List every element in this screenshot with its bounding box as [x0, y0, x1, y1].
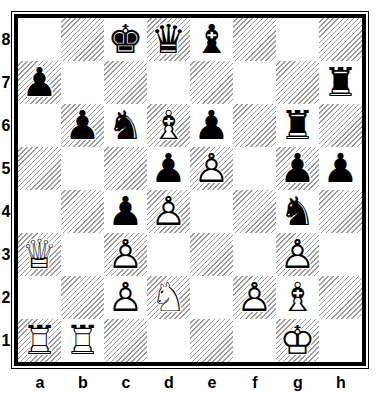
piece-black-pawn[interactable]: ♟	[319, 147, 362, 190]
square-g2[interactable]: ♝♗	[276, 276, 319, 319]
square-d8[interactable]: ♛♛	[147, 18, 190, 61]
square-f7[interactable]	[233, 61, 276, 104]
piece-white-bishop[interactable]: ♗	[276, 276, 319, 319]
piece-black-knight[interactable]: ♞	[104, 104, 147, 147]
piece-black-pawn[interactable]: ♟	[276, 147, 319, 190]
file-label-e: e	[191, 373, 234, 393]
square-a1[interactable]: ♜♖	[18, 319, 61, 362]
square-g7[interactable]	[276, 61, 319, 104]
chess-diagram: 87654321 ♚♚♛♛♝♝♟♟♜♜♟♟♞♞♝♗♟♟♜♜♟♟♟♙♟♟♟♟♟♟♟…	[0, 0, 387, 394]
piece-black-bishop[interactable]: ♝	[190, 18, 233, 61]
board-outer-frame: ♚♚♛♛♝♝♟♟♜♜♟♟♞♞♝♗♟♟♜♜♟♟♟♙♟♟♟♟♟♟♟♙♞♞♛♕♟♙♟♙…	[11, 11, 369, 369]
piece-white-pawn[interactable]: ♙	[276, 233, 319, 276]
file-label-a: a	[19, 373, 62, 393]
square-f8[interactable]	[233, 18, 276, 61]
square-f5[interactable]	[233, 147, 276, 190]
square-d1[interactable]	[147, 319, 190, 362]
square-e4[interactable]	[190, 190, 233, 233]
square-d2[interactable]: ♞♘	[147, 276, 190, 319]
square-b7[interactable]	[61, 61, 104, 104]
square-h4[interactable]	[319, 190, 362, 233]
piece-black-rook[interactable]: ♜	[276, 104, 319, 147]
square-c5[interactable]	[104, 147, 147, 190]
square-c7[interactable]	[104, 61, 147, 104]
square-g3[interactable]: ♟♙	[276, 233, 319, 276]
piece-white-pawn[interactable]: ♙	[104, 233, 147, 276]
square-g8[interactable]	[276, 18, 319, 61]
file-label-f: f	[234, 373, 277, 393]
square-h1[interactable]	[319, 319, 362, 362]
piece-white-king[interactable]: ♔	[276, 319, 319, 362]
square-b1[interactable]: ♜♖	[61, 319, 104, 362]
square-b5[interactable]	[61, 147, 104, 190]
piece-white-pawn[interactable]: ♙	[190, 147, 233, 190]
square-f6[interactable]	[233, 104, 276, 147]
piece-white-rook[interactable]: ♖	[61, 319, 104, 362]
square-h3[interactable]	[319, 233, 362, 276]
square-d7[interactable]	[147, 61, 190, 104]
square-h6[interactable]	[319, 104, 362, 147]
square-b2[interactable]	[61, 276, 104, 319]
square-d3[interactable]	[147, 233, 190, 276]
square-e6[interactable]: ♟♟	[190, 104, 233, 147]
square-e7[interactable]	[190, 61, 233, 104]
square-b4[interactable]	[61, 190, 104, 233]
square-b3[interactable]	[61, 233, 104, 276]
board-border: ♚♚♛♛♝♝♟♟♜♜♟♟♞♞♝♗♟♟♜♜♟♟♟♙♟♟♟♟♟♟♟♙♞♞♛♕♟♙♟♙…	[14, 14, 366, 366]
square-g5[interactable]: ♟♟	[276, 147, 319, 190]
square-c3[interactable]: ♟♙	[104, 233, 147, 276]
piece-black-rook[interactable]: ♜	[319, 61, 362, 104]
square-c4[interactable]: ♟♟	[104, 190, 147, 233]
square-a5[interactable]	[18, 147, 61, 190]
chess-board: ♚♚♛♛♝♝♟♟♜♜♟♟♞♞♝♗♟♟♜♜♟♟♟♙♟♟♟♟♟♟♟♙♞♞♛♕♟♙♟♙…	[18, 18, 362, 362]
piece-white-pawn[interactable]: ♙	[233, 276, 276, 319]
square-g4[interactable]: ♞♞	[276, 190, 319, 233]
piece-black-pawn[interactable]: ♟	[61, 104, 104, 147]
file-label-d: d	[148, 373, 191, 393]
piece-white-queen[interactable]: ♕	[18, 233, 61, 276]
piece-white-pawn[interactable]: ♙	[147, 190, 190, 233]
square-d5[interactable]: ♟♟	[147, 147, 190, 190]
file-label-c: c	[105, 373, 148, 393]
square-h7[interactable]: ♜♜	[319, 61, 362, 104]
square-a7[interactable]: ♟♟	[18, 61, 61, 104]
square-a4[interactable]	[18, 190, 61, 233]
square-c2[interactable]: ♟♙	[104, 276, 147, 319]
square-f3[interactable]	[233, 233, 276, 276]
piece-white-pawn[interactable]: ♙	[104, 276, 147, 319]
piece-black-queen[interactable]: ♛	[147, 18, 190, 61]
square-b8[interactable]	[61, 18, 104, 61]
square-b6[interactable]: ♟♟	[61, 104, 104, 147]
square-f4[interactable]	[233, 190, 276, 233]
square-c6[interactable]: ♞♞	[104, 104, 147, 147]
square-c8[interactable]: ♚♚	[104, 18, 147, 61]
square-h2[interactable]	[319, 276, 362, 319]
file-label-g: g	[277, 373, 320, 393]
square-d6[interactable]: ♝♗	[147, 104, 190, 147]
square-a8[interactable]	[18, 18, 61, 61]
piece-white-rook[interactable]: ♖	[18, 319, 61, 362]
square-a2[interactable]	[18, 276, 61, 319]
square-e5[interactable]: ♟♙	[190, 147, 233, 190]
square-e3[interactable]	[190, 233, 233, 276]
square-a6[interactable]	[18, 104, 61, 147]
square-h8[interactable]	[319, 18, 362, 61]
piece-white-bishop[interactable]: ♗	[147, 104, 190, 147]
piece-black-king[interactable]: ♚	[104, 18, 147, 61]
square-g1[interactable]: ♚♔	[276, 319, 319, 362]
file-label-h: h	[320, 373, 363, 393]
square-e1[interactable]	[190, 319, 233, 362]
square-e2[interactable]	[190, 276, 233, 319]
piece-white-knight[interactable]: ♘	[147, 276, 190, 319]
piece-black-pawn[interactable]: ♟	[190, 104, 233, 147]
square-h5[interactable]: ♟♟	[319, 147, 362, 190]
square-f2[interactable]: ♟♙	[233, 276, 276, 319]
square-d4[interactable]: ♟♙	[147, 190, 190, 233]
piece-black-knight[interactable]: ♞	[276, 190, 319, 233]
piece-black-pawn[interactable]: ♟	[18, 61, 61, 104]
file-label-b: b	[62, 373, 105, 393]
square-a3[interactable]: ♛♕	[18, 233, 61, 276]
square-f1[interactable]	[233, 319, 276, 362]
square-e8[interactable]: ♝♝	[190, 18, 233, 61]
square-c1[interactable]	[104, 319, 147, 362]
square-g6[interactable]: ♜♜	[276, 104, 319, 147]
piece-black-pawn[interactable]: ♟	[147, 147, 190, 190]
piece-black-pawn[interactable]: ♟	[104, 190, 147, 233]
